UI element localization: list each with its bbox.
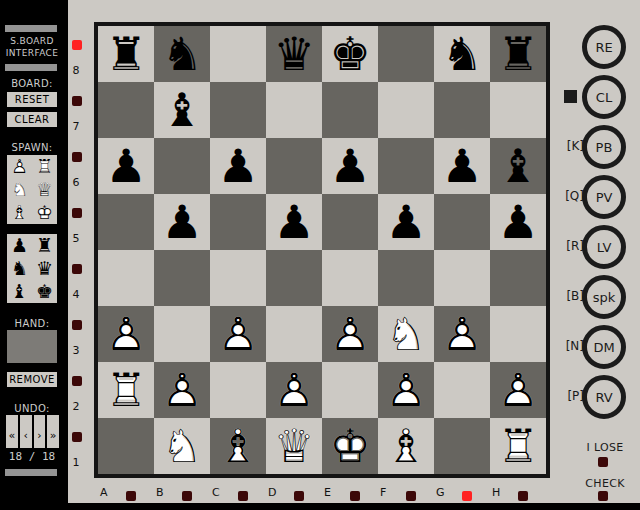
spk-button[interactable]: spk: [582, 275, 626, 319]
rv-button[interactable]: RV: [582, 375, 626, 419]
square-d8[interactable]: ♛: [266, 26, 322, 82]
square-e1[interactable]: ♚♔: [322, 418, 378, 474]
square-g8[interactable]: ♞: [434, 26, 490, 82]
piece-outline: ♙: [434, 306, 490, 362]
white-pawn[interactable]: ♟♙: [154, 362, 210, 418]
piece-outline: ♖: [98, 362, 154, 418]
key-tag-r: [R]: [558, 239, 584, 253]
spawn-palette-white: ♟♙♜♖♞♘♛♕♝♗♚♔: [7, 155, 57, 224]
square-h2[interactable]: ♟♙: [490, 362, 546, 418]
dm-button[interactable]: DM: [582, 325, 626, 369]
square-e3[interactable]: ♟♙: [322, 306, 378, 362]
square-a2[interactable]: ♜♖: [98, 362, 154, 418]
rank-label-1: 1: [69, 456, 83, 469]
piece-outline: ♘: [378, 306, 434, 362]
piece-outline: ♔: [322, 418, 378, 474]
square-f8[interactable]: [378, 26, 434, 82]
piece-outline: ♗: [210, 418, 266, 474]
i-lose-label: I LOSE: [565, 441, 640, 454]
piece-outline: ♗: [378, 418, 434, 474]
rank-label-2: 2: [69, 400, 83, 413]
black-bishop[interactable]: ♝: [154, 82, 210, 138]
rank-1-indicator: [72, 432, 82, 442]
file-g-indicator: [462, 491, 472, 501]
undo-controls: «‹›»: [6, 415, 59, 448]
clear-button[interactable]: CLEAR: [7, 112, 57, 127]
redo-last-button[interactable]: »: [47, 415, 59, 448]
sidebar: S.BOARD INTERFACE BOARD: RESET CLEAR SPA…: [0, 0, 68, 510]
re-button[interactable]: RE: [582, 25, 626, 69]
rank-label-7: 7: [69, 120, 83, 133]
white-pawn[interactable]: ♟♙: [266, 362, 322, 418]
rank-label-6: 6: [69, 176, 83, 189]
square-a4[interactable]: [98, 250, 154, 306]
piece-outline: ♖: [32, 155, 57, 178]
piece-outline: ♘: [7, 178, 32, 201]
black-rook[interactable]: ♜: [490, 26, 546, 82]
white-pawn[interactable]: ♟♙: [210, 306, 266, 362]
reset-button[interactable]: RESET: [7, 92, 57, 107]
rank-3-indicator: [72, 320, 82, 330]
cl-button[interactable]: CL: [582, 75, 626, 119]
piece-outline: ♙: [7, 155, 32, 178]
black-rook[interactable]: ♜: [98, 26, 154, 82]
white-pawn[interactable]: ♟♙: [378, 362, 434, 418]
square-c6[interactable]: ♟: [210, 138, 266, 194]
rank-label-3: 3: [69, 344, 83, 357]
square-h7[interactable]: [490, 82, 546, 138]
square-c1[interactable]: ♝♗: [210, 418, 266, 474]
divider-bar: [5, 64, 57, 71]
square-g7[interactable]: [434, 82, 490, 138]
file-label-e: E: [324, 486, 338, 499]
square-d3[interactable]: [266, 306, 322, 362]
black-knight[interactable]: ♞: [154, 26, 210, 82]
square-c3[interactable]: ♟♙: [210, 306, 266, 362]
chess-board: ♜♞♛♚♞♜♝♟♟♟♟♝♟♟♟♟♟♙♟♙♟♙♞♘♟♙♜♖♟♙♟♙♟♙♟♙♞♘♝♗…: [94, 22, 550, 478]
square-b6[interactable]: [154, 138, 210, 194]
white-rook[interactable]: ♜♖: [98, 362, 154, 418]
rank-label-4: 4: [69, 288, 83, 301]
white-knight[interactable]: ♞♘: [154, 418, 210, 474]
spawn-white-knight[interactable]: ♞♘: [7, 178, 32, 201]
square-h4[interactable]: [490, 250, 546, 306]
file-h-indicator: [518, 491, 528, 501]
undo-section-label: UNDO:: [0, 403, 64, 414]
spawn-black-pawn[interactable]: ♟: [7, 234, 32, 257]
file-label-h: H: [492, 486, 506, 499]
square-b5[interactable]: ♟: [154, 194, 210, 250]
square-g3[interactable]: ♟♙: [434, 306, 490, 362]
white-queen[interactable]: ♛♕: [266, 418, 322, 474]
black-pawn[interactable]: ♟: [210, 138, 266, 194]
square-c8[interactable]: [210, 26, 266, 82]
white-bishop[interactable]: ♝♗: [378, 418, 434, 474]
rank-4-indicator: [72, 264, 82, 274]
spawn-white-pawn[interactable]: ♟♙: [7, 155, 32, 178]
white-pawn[interactable]: ♟♙: [434, 306, 490, 362]
square-f1[interactable]: ♝♗: [378, 418, 434, 474]
square-f2[interactable]: ♟♙: [378, 362, 434, 418]
rank-8-indicator: [72, 40, 82, 50]
square-d6[interactable]: [266, 138, 322, 194]
square-f3[interactable]: ♞♘: [378, 306, 434, 362]
black-pawn[interactable]: ♟: [322, 138, 378, 194]
piece-outline: ♖: [490, 418, 546, 474]
square-b1[interactable]: ♞♘: [154, 418, 210, 474]
spawn-black-knight[interactable]: ♞: [7, 257, 32, 280]
square-f4[interactable]: [378, 250, 434, 306]
spawn-black-bishop[interactable]: ♝: [7, 280, 32, 303]
file-a-indicator: [126, 491, 136, 501]
divider-bar: [5, 469, 57, 476]
black-pawn[interactable]: ♟: [98, 138, 154, 194]
lv-button[interactable]: LV: [582, 225, 626, 269]
divider-bar: [5, 25, 57, 32]
square-d1[interactable]: ♛♕: [266, 418, 322, 474]
piece-outline: ♙: [98, 306, 154, 362]
spawn-white-king[interactable]: ♚♔: [32, 201, 57, 224]
square-e6[interactable]: ♟: [322, 138, 378, 194]
square-e8[interactable]: ♚: [322, 26, 378, 82]
file-label-c: C: [212, 486, 226, 499]
white-pawn[interactable]: ♟♙: [490, 362, 546, 418]
square-g6[interactable]: ♟: [434, 138, 490, 194]
spawn-white-bishop[interactable]: ♝♗: [7, 201, 32, 224]
undo-back-button[interactable]: ‹: [20, 415, 32, 448]
square-h8[interactable]: ♜: [490, 26, 546, 82]
square-a3[interactable]: ♟♙: [98, 306, 154, 362]
spawn-white-queen[interactable]: ♛♕: [32, 178, 57, 201]
board-section-label: BOARD:: [0, 78, 64, 89]
square-d2[interactable]: ♟♙: [266, 362, 322, 418]
piece-outline: ♙: [378, 362, 434, 418]
hand-box[interactable]: [7, 330, 57, 363]
black-queen[interactable]: ♛: [266, 26, 322, 82]
pv-button[interactable]: PV: [582, 175, 626, 219]
square-b3[interactable]: [154, 306, 210, 362]
file-d-indicator: [294, 491, 304, 501]
piece-outline: ♗: [7, 201, 32, 224]
key-tag-b: [B]: [558, 289, 584, 303]
rank-2-indicator: [72, 376, 82, 386]
square-e4[interactable]: [322, 250, 378, 306]
spawn-palette-black: ♟♜♞♛♝♚: [7, 234, 57, 303]
piece-outline: ♙: [490, 362, 546, 418]
white-knight[interactable]: ♞♘: [378, 306, 434, 362]
square-g1[interactable]: [434, 418, 490, 474]
rank-label-5: 5: [69, 232, 83, 245]
file-label-a: A: [100, 486, 114, 499]
square-h3[interactable]: [490, 306, 546, 362]
app-title-line1: S.BOARD: [0, 36, 64, 46]
spawn-black-king[interactable]: ♚: [32, 280, 57, 303]
black-square-indicator: [564, 90, 577, 103]
square-g4[interactable]: [434, 250, 490, 306]
square-h1[interactable]: ♜♖: [490, 418, 546, 474]
file-label-b: B: [156, 486, 170, 499]
square-a8[interactable]: ♜: [98, 26, 154, 82]
square-g2[interactable]: [434, 362, 490, 418]
piece-outline: ♘: [154, 418, 210, 474]
rank-6-indicator: [72, 152, 82, 162]
rank-label-8: 8: [69, 64, 83, 77]
undo-first-button[interactable]: «: [6, 415, 18, 448]
rank-7-indicator: [72, 96, 82, 106]
black-pawn[interactable]: ♟: [154, 194, 210, 250]
square-e7[interactable]: [322, 82, 378, 138]
redo-forward-button[interactable]: ›: [34, 415, 46, 448]
black-pawn[interactable]: ♟: [266, 194, 322, 250]
check-label: CHECK: [565, 477, 640, 490]
white-rook[interactable]: ♜♖: [490, 418, 546, 474]
piece-outline: ♙: [266, 362, 322, 418]
piece-outline: ♔: [32, 201, 57, 224]
pb-button[interactable]: PB: [582, 125, 626, 169]
i-lose-indicator: [598, 457, 608, 467]
piece-outline: ♙: [154, 362, 210, 418]
undo-counter: 18 / 18: [0, 450, 64, 463]
file-f-indicator: [406, 491, 416, 501]
square-f7[interactable]: [378, 82, 434, 138]
square-c5[interactable]: [210, 194, 266, 250]
file-label-g: G: [436, 486, 450, 499]
spawn-black-queen[interactable]: ♛: [32, 257, 57, 280]
file-b-indicator: [182, 491, 192, 501]
hand-section-label: HAND:: [0, 318, 64, 329]
check-indicator: [598, 491, 608, 501]
file-label-d: D: [268, 486, 282, 499]
square-b2[interactable]: ♟♙: [154, 362, 210, 418]
file-c-indicator: [238, 491, 248, 501]
black-pawn[interactable]: ♟: [378, 194, 434, 250]
square-f6[interactable]: [378, 138, 434, 194]
spawn-black-rook[interactable]: ♜: [32, 234, 57, 257]
file-e-indicator: [350, 491, 360, 501]
white-pawn[interactable]: ♟♙: [98, 306, 154, 362]
square-a6[interactable]: ♟: [98, 138, 154, 194]
piece-outline: ♙: [322, 306, 378, 362]
black-knight[interactable]: ♞: [434, 26, 490, 82]
square-d5[interactable]: ♟: [266, 194, 322, 250]
piece-outline: ♕: [266, 418, 322, 474]
key-tag-k: [K]: [558, 139, 584, 153]
black-pawn[interactable]: ♟: [434, 138, 490, 194]
rank-5-indicator: [72, 208, 82, 218]
square-b7[interactable]: ♝: [154, 82, 210, 138]
square-d4[interactable]: [266, 250, 322, 306]
file-label-f: F: [380, 486, 394, 499]
spawn-section-label: SPAWN:: [0, 142, 64, 153]
black-bishop[interactable]: ♝: [490, 138, 546, 194]
square-d7[interactable]: [266, 82, 322, 138]
app-title-line2: INTERFACE: [0, 48, 64, 58]
key-tag-p: [P]: [558, 389, 584, 403]
black-king[interactable]: ♚: [322, 26, 378, 82]
white-bishop[interactable]: ♝♗: [210, 418, 266, 474]
key-tag-n: [N]: [558, 339, 584, 353]
square-h5[interactable]: ♟: [490, 194, 546, 250]
square-c7[interactable]: [210, 82, 266, 138]
square-f5[interactable]: ♟: [378, 194, 434, 250]
black-pawn[interactable]: ♟: [490, 194, 546, 250]
square-h6[interactable]: ♝: [490, 138, 546, 194]
piece-outline: ♙: [210, 306, 266, 362]
remove-button[interactable]: REMOVE: [7, 372, 57, 387]
square-c4[interactable]: [210, 250, 266, 306]
square-c2[interactable]: [210, 362, 266, 418]
square-b4[interactable]: [154, 250, 210, 306]
square-e2[interactable]: [322, 362, 378, 418]
square-e5[interactable]: [322, 194, 378, 250]
spawn-white-rook[interactable]: ♜♖: [32, 155, 57, 178]
square-a5[interactable]: [98, 194, 154, 250]
square-a7[interactable]: [98, 82, 154, 138]
square-a1[interactable]: [98, 418, 154, 474]
square-g5[interactable]: [434, 194, 490, 250]
square-b8[interactable]: ♞: [154, 26, 210, 82]
white-pawn[interactable]: ♟♙: [322, 306, 378, 362]
key-tag-q: [Q]: [558, 189, 584, 203]
piece-outline: ♕: [32, 178, 57, 201]
white-king[interactable]: ♚♔: [322, 418, 378, 474]
